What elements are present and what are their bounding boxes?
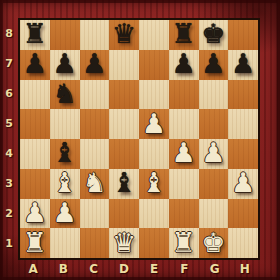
square-h5[interactable]: [228, 109, 258, 139]
file-label-a: A: [18, 258, 48, 280]
white-king-piece[interactable]: ♚: [201, 229, 225, 256]
black-rook-piece[interactable]: ♜: [23, 20, 47, 47]
square-f4[interactable]: ♟: [169, 139, 199, 169]
black-pawn-piece[interactable]: ♟: [201, 50, 225, 77]
white-bishop-piece[interactable]: ♝: [142, 169, 166, 196]
square-f2[interactable]: [169, 199, 199, 229]
chess-board[interactable]: ♜♛♜♚♟♟♟♟♟♟♞♟♝♟♟♝♞♝♝♟♟♟♜♛♜♚: [18, 18, 260, 260]
white-pawn-piece[interactable]: ♟: [172, 139, 196, 166]
square-d8[interactable]: ♛: [109, 20, 139, 50]
black-pawn-piece[interactable]: ♟: [231, 50, 255, 77]
square-g1[interactable]: ♚: [199, 228, 229, 258]
square-f3[interactable]: [169, 169, 199, 199]
black-pawn-piece[interactable]: ♟: [172, 50, 196, 77]
file-label-e: E: [139, 258, 169, 280]
square-c4[interactable]: [80, 139, 110, 169]
white-pawn-piece[interactable]: ♟: [201, 139, 225, 166]
square-h3[interactable]: ♟: [228, 169, 258, 199]
square-c6[interactable]: [80, 80, 110, 110]
square-a4[interactable]: [20, 139, 50, 169]
square-a8[interactable]: ♜: [20, 20, 50, 50]
square-c5[interactable]: [80, 109, 110, 139]
square-a6[interactable]: [20, 80, 50, 110]
white-knight-piece[interactable]: ♞: [82, 169, 106, 196]
square-a5[interactable]: [20, 109, 50, 139]
square-e5[interactable]: ♟: [139, 109, 169, 139]
square-b5[interactable]: [50, 109, 80, 139]
square-h7[interactable]: ♟: [228, 50, 258, 80]
square-f7[interactable]: ♟: [169, 50, 199, 80]
square-d7[interactable]: [109, 50, 139, 80]
file-label-h: H: [230, 258, 260, 280]
square-h2[interactable]: [228, 199, 258, 229]
square-c8[interactable]: [80, 20, 110, 50]
square-d1[interactable]: ♛: [109, 228, 139, 258]
square-e3[interactable]: ♝: [139, 169, 169, 199]
board-frame: 87654321 ♜♛♜♚♟♟♟♟♟♟♞♟♝♟♟♝♞♝♝♟♟♟♜♛♜♚ ABCD…: [0, 0, 280, 280]
black-bishop-piece[interactable]: ♝: [112, 169, 136, 196]
square-f1[interactable]: ♜: [169, 228, 199, 258]
square-b4[interactable]: ♝: [50, 139, 80, 169]
rank-label-6: 6: [0, 78, 18, 108]
file-label-g: G: [200, 258, 230, 280]
square-d2[interactable]: [109, 199, 139, 229]
square-f8[interactable]: ♜: [169, 20, 199, 50]
black-knight-piece[interactable]: ♞: [53, 80, 77, 107]
square-g4[interactable]: ♟: [199, 139, 229, 169]
rank-label-7: 7: [0, 48, 18, 78]
square-a3[interactable]: [20, 169, 50, 199]
square-b8[interactable]: [50, 20, 80, 50]
white-pawn-piece[interactable]: ♟: [142, 110, 166, 137]
square-d4[interactable]: [109, 139, 139, 169]
square-g6[interactable]: [199, 80, 229, 110]
white-pawn-piece[interactable]: ♟: [23, 199, 47, 226]
square-c2[interactable]: [80, 199, 110, 229]
square-c7[interactable]: ♟: [80, 50, 110, 80]
square-g5[interactable]: [199, 109, 229, 139]
black-king-piece[interactable]: ♚: [201, 20, 225, 47]
square-b7[interactable]: ♟: [50, 50, 80, 80]
file-label-f: F: [169, 258, 199, 280]
file-labels: ABCDEFGH: [18, 258, 260, 280]
square-g8[interactable]: ♚: [199, 20, 229, 50]
square-e7[interactable]: [139, 50, 169, 80]
square-f5[interactable]: [169, 109, 199, 139]
square-g2[interactable]: [199, 199, 229, 229]
square-h1[interactable]: [228, 228, 258, 258]
square-b6[interactable]: ♞: [50, 80, 80, 110]
black-rook-piece[interactable]: ♜: [172, 20, 196, 47]
square-e6[interactable]: [139, 80, 169, 110]
square-c1[interactable]: [80, 228, 110, 258]
file-label-c: C: [79, 258, 109, 280]
rank-label-1: 1: [0, 228, 18, 258]
white-queen-piece[interactable]: ♛: [112, 229, 136, 256]
black-pawn-piece[interactable]: ♟: [82, 50, 106, 77]
file-label-b: B: [48, 258, 78, 280]
rank-labels: 87654321: [0, 18, 18, 258]
black-pawn-piece[interactable]: ♟: [23, 50, 47, 77]
rank-label-4: 4: [0, 138, 18, 168]
square-g3[interactable]: [199, 169, 229, 199]
white-pawn-piece[interactable]: ♟: [53, 199, 77, 226]
square-e1[interactable]: [139, 228, 169, 258]
white-rook-piece[interactable]: ♜: [172, 229, 196, 256]
square-d5[interactable]: [109, 109, 139, 139]
black-pawn-piece[interactable]: ♟: [53, 50, 77, 77]
square-e2[interactable]: [139, 199, 169, 229]
white-rook-piece[interactable]: ♜: [23, 229, 47, 256]
square-a7[interactable]: ♟: [20, 50, 50, 80]
white-bishop-piece[interactable]: ♝: [53, 169, 77, 196]
square-h4[interactable]: [228, 139, 258, 169]
black-queen-piece[interactable]: ♛: [112, 20, 136, 47]
rank-label-8: 8: [0, 18, 18, 48]
rank-label-2: 2: [0, 198, 18, 228]
rank-label-5: 5: [0, 108, 18, 138]
square-c3[interactable]: ♞: [80, 169, 110, 199]
square-b1[interactable]: [50, 228, 80, 258]
square-a2[interactable]: ♟: [20, 199, 50, 229]
square-f6[interactable]: [169, 80, 199, 110]
square-g7[interactable]: ♟: [199, 50, 229, 80]
square-b3[interactable]: ♝: [50, 169, 80, 199]
square-e8[interactable]: [139, 20, 169, 50]
black-bishop-piece[interactable]: ♝: [53, 139, 77, 166]
square-b2[interactable]: ♟: [50, 199, 80, 229]
square-a1[interactable]: ♜: [20, 228, 50, 258]
rank-label-3: 3: [0, 168, 18, 198]
white-pawn-piece[interactable]: ♟: [231, 169, 255, 196]
square-e4[interactable]: [139, 139, 169, 169]
square-h6[interactable]: [228, 80, 258, 110]
square-d6[interactable]: [109, 80, 139, 110]
file-label-d: D: [109, 258, 139, 280]
square-h8[interactable]: [228, 20, 258, 50]
square-d3[interactable]: ♝: [109, 169, 139, 199]
